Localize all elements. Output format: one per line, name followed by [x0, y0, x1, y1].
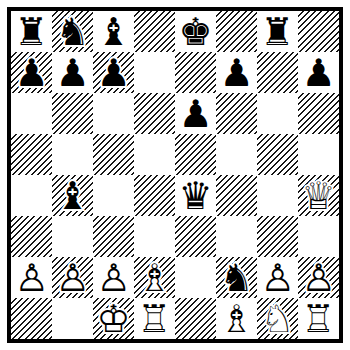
square-d3	[134, 216, 175, 257]
square-a8: ♜♜	[11, 11, 52, 52]
piece-white-pawn: ♙	[257, 257, 298, 298]
piece-white-queen: ♕	[298, 175, 339, 216]
chess-diagram-page: ♜♜♞♞♝♝♚♚♜♜♟♟♟♟♟♟♟♟♟♟♟♟♝♝♛♛♛♕♟♙♟♙♟♙♝♗♞♞♟♙…	[0, 0, 350, 350]
square-b2: ♟♙	[52, 257, 93, 298]
square-h2: ♟♙	[298, 257, 339, 298]
piece-black-knight: ♞	[52, 11, 93, 52]
square-h8	[298, 11, 339, 52]
square-h7: ♟♟	[298, 52, 339, 93]
square-h6	[298, 93, 339, 134]
square-a6	[11, 93, 52, 134]
piece-white-pawn: ♙	[93, 257, 134, 298]
piece-black-rook: ♜	[11, 11, 52, 52]
square-c8: ♝♝	[93, 11, 134, 52]
square-a3	[11, 216, 52, 257]
square-c4	[93, 175, 134, 216]
square-g6	[257, 93, 298, 134]
square-a4	[11, 175, 52, 216]
piece-white-bishop: ♗	[216, 298, 257, 339]
piece-black-bishop: ♝	[93, 11, 134, 52]
square-h4: ♛♕	[298, 175, 339, 216]
square-e7	[175, 52, 216, 93]
square-e5	[175, 134, 216, 175]
piece-black-pawn: ♟	[216, 52, 257, 93]
square-g2: ♟♙	[257, 257, 298, 298]
square-b1	[52, 298, 93, 339]
piece-black-queen: ♛	[175, 175, 216, 216]
square-b6	[52, 93, 93, 134]
square-f3	[216, 216, 257, 257]
piece-black-bishop: ♝	[52, 175, 93, 216]
square-h3	[298, 216, 339, 257]
square-a5	[11, 134, 52, 175]
square-f5	[216, 134, 257, 175]
square-c5	[93, 134, 134, 175]
piece-white-rook: ♖	[298, 298, 339, 339]
square-h1: ♜♖	[298, 298, 339, 339]
square-e8: ♚♚	[175, 11, 216, 52]
square-c6	[93, 93, 134, 134]
square-e4: ♛♛	[175, 175, 216, 216]
square-g4	[257, 175, 298, 216]
square-e1	[175, 298, 216, 339]
square-g1: ♞♘	[257, 298, 298, 339]
piece-black-pawn: ♟	[11, 52, 52, 93]
square-c3	[93, 216, 134, 257]
square-b4: ♝♝	[52, 175, 93, 216]
square-g3	[257, 216, 298, 257]
square-f4	[216, 175, 257, 216]
square-d7	[134, 52, 175, 93]
square-h5	[298, 134, 339, 175]
piece-black-rook: ♜	[257, 11, 298, 52]
piece-black-pawn: ♟	[93, 52, 134, 93]
piece-white-pawn: ♙	[298, 257, 339, 298]
piece-black-pawn: ♟	[52, 52, 93, 93]
square-f6	[216, 93, 257, 134]
square-f8	[216, 11, 257, 52]
piece-black-pawn: ♟	[298, 52, 339, 93]
square-a1	[11, 298, 52, 339]
square-d4	[134, 175, 175, 216]
square-g5	[257, 134, 298, 175]
square-d1: ♜♖	[134, 298, 175, 339]
square-d6	[134, 93, 175, 134]
piece-white-rook: ♖	[134, 298, 175, 339]
piece-black-king: ♚	[175, 11, 216, 52]
square-e2	[175, 257, 216, 298]
square-c7: ♟♟	[93, 52, 134, 93]
chessboard: ♜♜♞♞♝♝♚♚♜♜♟♟♟♟♟♟♟♟♟♟♟♟♝♝♛♛♛♕♟♙♟♙♟♙♝♗♞♞♟♙…	[11, 11, 339, 339]
chessboard-frame: ♜♜♞♞♝♝♚♚♜♜♟♟♟♟♟♟♟♟♟♟♟♟♝♝♛♛♛♕♟♙♟♙♟♙♝♗♞♞♟♙…	[7, 7, 343, 343]
square-b8: ♞♞	[52, 11, 93, 52]
square-d8	[134, 11, 175, 52]
square-b3	[52, 216, 93, 257]
piece-black-pawn: ♟	[175, 93, 216, 134]
piece-white-pawn: ♙	[11, 257, 52, 298]
square-f1: ♝♗	[216, 298, 257, 339]
square-a2: ♟♙	[11, 257, 52, 298]
square-g7	[257, 52, 298, 93]
square-g8: ♜♜	[257, 11, 298, 52]
piece-white-bishop: ♗	[134, 257, 175, 298]
square-b5	[52, 134, 93, 175]
square-f2: ♞♞	[216, 257, 257, 298]
square-e6: ♟♟	[175, 93, 216, 134]
square-c2: ♟♙	[93, 257, 134, 298]
square-d2: ♝♗	[134, 257, 175, 298]
piece-white-king: ♔	[93, 298, 134, 339]
square-a7: ♟♟	[11, 52, 52, 93]
square-c1: ♚♔	[93, 298, 134, 339]
piece-white-knight: ♘	[257, 298, 298, 339]
piece-black-knight: ♞	[216, 257, 257, 298]
square-b7: ♟♟	[52, 52, 93, 93]
square-e3	[175, 216, 216, 257]
piece-white-pawn: ♙	[52, 257, 93, 298]
square-f7: ♟♟	[216, 52, 257, 93]
square-d5	[134, 134, 175, 175]
